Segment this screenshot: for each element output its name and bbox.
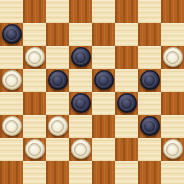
square-r5c3 [69,115,92,138]
black-checker-man[interactable] [117,93,137,113]
square-r6c4 [92,138,115,161]
square-r1c6[interactable] [138,23,161,46]
square-r3c0[interactable] [0,69,23,92]
square-r6c3[interactable] [69,138,92,161]
square-r0c5[interactable] [115,0,138,23]
square-r1c5 [115,23,138,46]
square-r1c7 [161,23,184,46]
square-r7c0[interactable] [0,161,23,184]
square-r6c2 [46,138,69,161]
square-r6c5[interactable] [115,138,138,161]
square-r6c1[interactable] [23,138,46,161]
square-r7c3 [69,161,92,184]
square-r7c1 [23,161,46,184]
square-r4c5[interactable] [115,92,138,115]
square-r5c7 [161,115,184,138]
square-r2c1[interactable] [23,46,46,69]
square-r0c3[interactable] [69,0,92,23]
square-r7c5 [115,161,138,184]
square-r0c7[interactable] [161,0,184,23]
white-checker-man[interactable] [25,139,45,159]
square-r4c6 [138,92,161,115]
white-checker-man[interactable] [163,139,183,159]
square-r2c4 [92,46,115,69]
square-r3c2[interactable] [46,69,69,92]
square-r2c3[interactable] [69,46,92,69]
square-r1c2[interactable] [46,23,69,46]
square-r0c2 [46,0,69,23]
square-r3c6[interactable] [138,69,161,92]
square-r6c6 [138,138,161,161]
square-r5c2[interactable] [46,115,69,138]
square-r3c3 [69,69,92,92]
square-r3c7 [161,69,184,92]
square-r7c2[interactable] [46,161,69,184]
white-checker-man[interactable] [163,47,183,67]
white-checker-man[interactable] [71,139,91,159]
square-r5c6[interactable] [138,115,161,138]
square-r1c0[interactable] [0,23,23,46]
square-r4c7[interactable] [161,92,184,115]
square-r5c1 [23,115,46,138]
square-r0c4 [92,0,115,23]
square-r0c1[interactable] [23,0,46,23]
square-r6c0 [0,138,23,161]
square-r2c5[interactable] [115,46,138,69]
black-checker-man[interactable] [140,116,160,136]
square-r1c3 [69,23,92,46]
square-r2c7[interactable] [161,46,184,69]
square-r4c4 [92,92,115,115]
black-checker-man[interactable] [71,47,91,67]
white-checker-man[interactable] [2,116,22,136]
square-r5c0[interactable] [0,115,23,138]
black-checker-man[interactable] [2,24,22,44]
square-r4c0 [0,92,23,115]
square-r4c1[interactable] [23,92,46,115]
square-r5c5 [115,115,138,138]
square-r3c1 [23,69,46,92]
square-r2c6 [138,46,161,69]
black-checker-man[interactable] [140,70,160,90]
black-checker-man[interactable] [94,70,114,90]
square-r2c2 [46,46,69,69]
white-checker-man[interactable] [2,70,22,90]
square-r7c6[interactable] [138,161,161,184]
square-r2c0 [0,46,23,69]
white-checker-man[interactable] [48,116,68,136]
black-checker-man[interactable] [48,70,68,90]
checkers-board [0,0,184,184]
black-checker-man[interactable] [71,93,91,113]
square-r7c7 [161,161,184,184]
square-r0c6 [138,0,161,23]
square-r1c4[interactable] [92,23,115,46]
square-r6c7[interactable] [161,138,184,161]
square-r3c5 [115,69,138,92]
square-r5c4[interactable] [92,115,115,138]
white-checker-man[interactable] [25,47,45,67]
square-r7c4[interactable] [92,161,115,184]
square-r3c4[interactable] [92,69,115,92]
square-r0c0 [0,0,23,23]
square-r1c1 [23,23,46,46]
square-r4c3[interactable] [69,92,92,115]
square-r4c2 [46,92,69,115]
